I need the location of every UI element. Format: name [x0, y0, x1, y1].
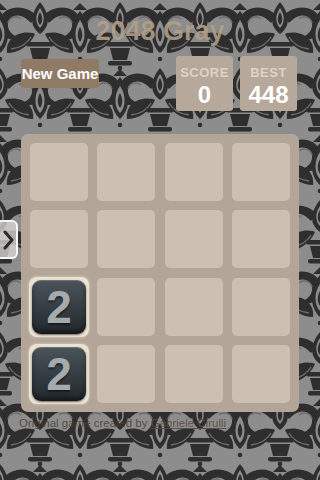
board-cell: [232, 143, 290, 201]
board-cell: [97, 210, 155, 268]
score-value: 0: [176, 82, 233, 108]
game-board[interactable]: 22: [21, 134, 299, 412]
board-cell: [232, 278, 290, 336]
author-link[interactable]: Gabriele Cirulli: [151, 417, 226, 429]
board-cell: [232, 345, 290, 403]
board-cell: [165, 345, 223, 403]
best-box: BEST 448: [240, 56, 297, 111]
app-title: 2048 Gray: [0, 18, 320, 45]
chevron-right-icon: [3, 230, 14, 250]
tile-2: 2: [29, 344, 89, 404]
tile-value: 2: [32, 280, 86, 334]
board-cell: [165, 278, 223, 336]
tile-2: 2: [29, 277, 89, 337]
score-label: SCORE: [176, 65, 233, 80]
best-label: BEST: [240, 65, 297, 80]
drawer-handle[interactable]: [0, 220, 18, 259]
board-cell: 2: [30, 345, 88, 403]
best-value: 448: [240, 82, 297, 108]
board-cell: [30, 143, 88, 201]
board-cell: [165, 143, 223, 201]
tile-value: 2: [32, 347, 86, 401]
footer-text: Original game created by: [19, 417, 151, 429]
new-game-button[interactable]: New Game: [21, 59, 99, 88]
board-cell: [97, 143, 155, 201]
board-cell: 2: [30, 278, 88, 336]
board-cell: [30, 210, 88, 268]
board-cell: [97, 278, 155, 336]
app-screen: 2048 Gray New Game SCORE 0 BEST 448 22 O…: [0, 0, 320, 480]
footer-credit: Original game created by Gabriele Cirull…: [19, 416, 319, 430]
board-cell: [97, 345, 155, 403]
board-cell: [165, 210, 223, 268]
score-box: SCORE 0: [176, 56, 233, 111]
board-cell: [232, 210, 290, 268]
